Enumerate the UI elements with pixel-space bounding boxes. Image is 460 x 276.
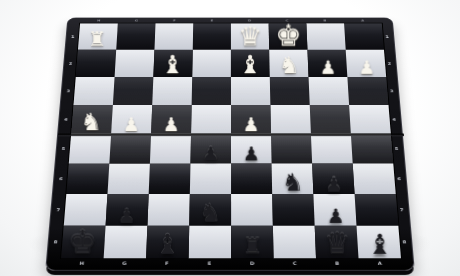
square-d4[interactable]: ♟ bbox=[231, 105, 271, 134]
square-b3[interactable] bbox=[309, 77, 350, 105]
square-h1[interactable]: ♜ bbox=[78, 23, 118, 49]
white-pawn-b2[interactable]: ♟ bbox=[320, 59, 337, 77]
square-f8[interactable]: ♝ bbox=[146, 226, 189, 259]
white-pawn-f4[interactable]: ♟ bbox=[163, 115, 180, 134]
square-c8[interactable] bbox=[273, 226, 316, 259]
square-g3[interactable] bbox=[113, 77, 153, 105]
file-label-h: H bbox=[60, 260, 103, 267]
square-d7[interactable] bbox=[231, 194, 273, 226]
white-pawn-a2[interactable]: ♟ bbox=[358, 59, 375, 77]
file-labels-top: HGFEDCBA bbox=[80, 19, 382, 23]
file-label-e: E bbox=[193, 19, 231, 23]
square-h6[interactable] bbox=[66, 163, 109, 194]
square-a5[interactable] bbox=[351, 134, 393, 164]
white-bishop-d2[interactable]: ♝ bbox=[239, 52, 262, 77]
square-e6[interactable] bbox=[190, 163, 231, 194]
file-label-f: F bbox=[156, 19, 194, 23]
file-label-f: F bbox=[146, 260, 189, 267]
square-g7[interactable]: ♟ bbox=[106, 194, 149, 226]
black-bishop-a8[interactable]: ♝ bbox=[367, 231, 392, 259]
white-rook-h1[interactable]: ♜ bbox=[88, 30, 106, 50]
black-rook-d8[interactable]: ♜ bbox=[242, 236, 262, 258]
square-c3[interactable] bbox=[270, 77, 310, 105]
square-f2[interactable]: ♝ bbox=[153, 50, 192, 77]
rank-label-4: 4 bbox=[60, 105, 71, 134]
file-labels-bottom: HGFEDCBA bbox=[60, 260, 401, 267]
square-f7[interactable] bbox=[147, 194, 189, 226]
square-g1[interactable] bbox=[116, 23, 155, 49]
black-bishop-f8[interactable]: ♝ bbox=[155, 231, 180, 259]
square-g8[interactable] bbox=[104, 226, 148, 259]
square-a4[interactable] bbox=[349, 105, 391, 134]
square-h4[interactable]: ♞ bbox=[71, 105, 113, 134]
black-pawn-b6[interactable]: ♟ bbox=[325, 175, 343, 195]
square-h7[interactable] bbox=[64, 194, 108, 226]
white-bishop-f2[interactable]: ♝ bbox=[161, 52, 184, 77]
perspective-scene: HGFEDCBA 12345678 12345678 ♜♛♚♝♝♞♟♟♞♟♟♟♟… bbox=[57, 0, 403, 276]
file-label-b: B bbox=[316, 260, 359, 267]
square-c1[interactable]: ♚ bbox=[269, 23, 308, 49]
square-b6[interactable]: ♟ bbox=[312, 163, 354, 194]
black-pawn-e5[interactable]: ♟ bbox=[202, 144, 219, 163]
black-pawn-b7[interactable]: ♟ bbox=[327, 206, 345, 226]
file-label-g: G bbox=[103, 260, 146, 267]
square-f5[interactable] bbox=[150, 134, 191, 164]
board-grid: ♜♛♚♝♝♞♟♟♞♟♟♟♟♟♞♟♟♞♟♚♝♜♛♝ bbox=[61, 23, 401, 258]
file-label-h: H bbox=[80, 19, 118, 23]
rank-label-8: 8 bbox=[49, 226, 61, 259]
white-knight-h4[interactable]: ♞ bbox=[80, 110, 101, 134]
file-label-a: A bbox=[359, 260, 402, 267]
file-label-e: E bbox=[188, 260, 231, 267]
photo-backdrop: HGFEDCBA 12345678 12345678 ♜♛♚♝♝♞♟♟♞♟♟♟♟… bbox=[0, 0, 460, 276]
square-d1[interactable]: ♛ bbox=[231, 23, 269, 49]
square-a3[interactable] bbox=[347, 77, 388, 105]
square-a8[interactable]: ♝ bbox=[357, 226, 401, 259]
square-g5[interactable] bbox=[109, 134, 151, 164]
square-g4[interactable]: ♟ bbox=[111, 105, 152, 134]
black-queen-b8[interactable]: ♛ bbox=[324, 229, 351, 259]
square-h3[interactable] bbox=[74, 77, 115, 105]
white-knight-c2[interactable]: ♞ bbox=[279, 54, 300, 77]
chess-board: HGFEDCBA 12345678 12345678 ♜♛♚♝♝♞♟♟♞♟♟♟♟… bbox=[45, 18, 415, 271]
square-f1[interactable] bbox=[154, 23, 193, 49]
square-f4[interactable]: ♟ bbox=[151, 105, 192, 134]
square-a6[interactable] bbox=[353, 163, 396, 194]
square-c6[interactable]: ♞ bbox=[272, 163, 314, 194]
black-pawn-d5[interactable]: ♟ bbox=[243, 144, 260, 163]
square-d6[interactable] bbox=[231, 163, 272, 194]
white-king-c1[interactable]: ♚ bbox=[275, 21, 302, 51]
square-e3[interactable] bbox=[192, 77, 231, 105]
square-d5[interactable]: ♟ bbox=[231, 134, 272, 164]
square-e4[interactable] bbox=[191, 105, 231, 134]
file-label-c: C bbox=[274, 260, 317, 267]
square-a2[interactable]: ♟ bbox=[346, 50, 386, 77]
square-d2[interactable]: ♝ bbox=[231, 50, 270, 77]
square-d3[interactable] bbox=[231, 77, 270, 105]
square-e1[interactable] bbox=[193, 23, 231, 49]
square-c7[interactable] bbox=[272, 194, 314, 226]
square-e2[interactable] bbox=[192, 50, 231, 77]
square-f3[interactable] bbox=[152, 77, 192, 105]
square-c2[interactable]: ♞ bbox=[269, 50, 308, 77]
rank-label-6: 6 bbox=[55, 163, 67, 194]
square-c4[interactable] bbox=[270, 105, 311, 134]
rank-label-3: 3 bbox=[63, 77, 74, 105]
white-queen-d1[interactable]: ♛ bbox=[238, 23, 262, 50]
black-pawn-g7[interactable]: ♟ bbox=[118, 206, 136, 226]
black-king-h8[interactable]: ♚ bbox=[68, 226, 98, 259]
white-pawn-d4[interactable]: ♟ bbox=[242, 115, 259, 134]
square-e5[interactable]: ♟ bbox=[190, 134, 231, 164]
square-b4[interactable] bbox=[310, 105, 351, 134]
square-c5[interactable] bbox=[271, 134, 312, 164]
black-knight-c6[interactable]: ♞ bbox=[282, 170, 304, 195]
black-knight-e7[interactable]: ♞ bbox=[199, 201, 221, 226]
square-b7[interactable]: ♟ bbox=[313, 194, 356, 226]
square-b5[interactable] bbox=[311, 134, 353, 164]
square-a7[interactable] bbox=[355, 194, 399, 226]
square-g6[interactable] bbox=[107, 163, 149, 194]
square-a1[interactable] bbox=[344, 23, 384, 49]
square-h2[interactable] bbox=[76, 50, 116, 77]
file-label-a: A bbox=[344, 19, 382, 23]
board-hinge-seam bbox=[58, 133, 404, 136]
rank-label-7: 7 bbox=[52, 194, 64, 226]
square-b2[interactable]: ♟ bbox=[307, 50, 347, 77]
file-label-b: B bbox=[306, 19, 344, 23]
square-b1[interactable] bbox=[306, 23, 345, 49]
square-e8[interactable] bbox=[189, 226, 231, 259]
square-g2[interactable] bbox=[115, 50, 155, 77]
square-h5[interactable] bbox=[69, 134, 111, 164]
white-pawn-g4[interactable]: ♟ bbox=[123, 115, 140, 134]
file-label-d: D bbox=[231, 260, 274, 267]
square-b8[interactable]: ♛ bbox=[315, 226, 359, 259]
rank-label-1: 1 bbox=[67, 23, 78, 49]
square-d8[interactable]: ♜ bbox=[231, 226, 273, 259]
rank-label-5: 5 bbox=[58, 134, 70, 164]
file-label-g: G bbox=[118, 19, 156, 23]
square-e7[interactable]: ♞ bbox=[189, 194, 231, 226]
rank-label-2: 2 bbox=[65, 50, 76, 77]
square-f6[interactable] bbox=[149, 163, 191, 194]
square-h8[interactable]: ♚ bbox=[61, 226, 105, 259]
